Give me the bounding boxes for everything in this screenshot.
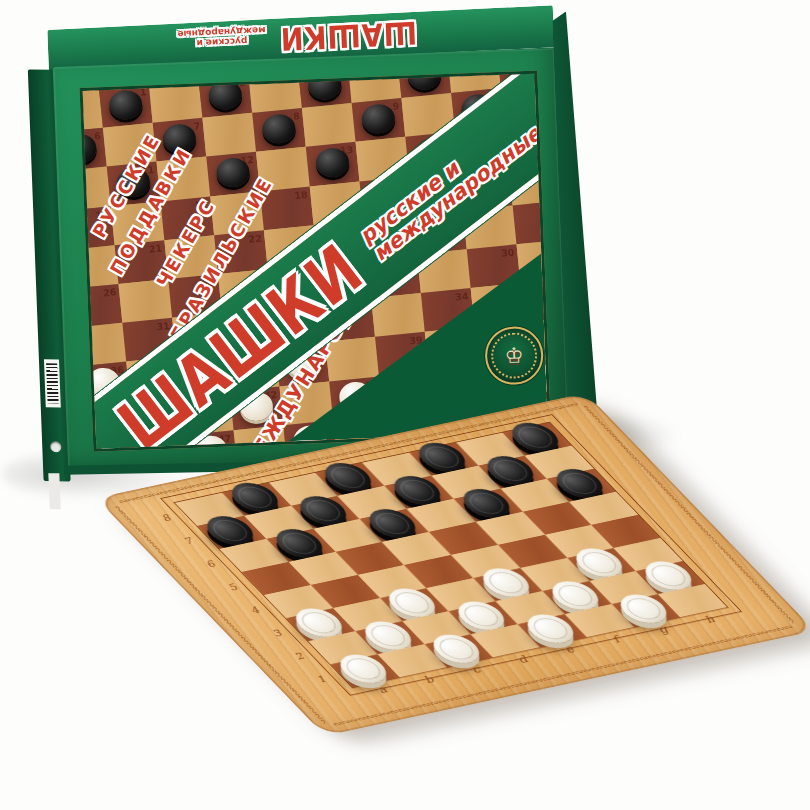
window-light-square bbox=[248, 71, 302, 114]
window-light-square bbox=[80, 323, 127, 367]
window-square-26: 26 bbox=[80, 284, 123, 328]
window-square-number-18: 18 bbox=[294, 188, 308, 200]
window-square-number-2: 2 bbox=[239, 76, 247, 88]
black-window-man-1 bbox=[108, 88, 144, 120]
box-front-face: 1234567891011121314151617181920212223242… bbox=[53, 48, 570, 473]
black-window-man-2 bbox=[207, 79, 243, 111]
window-square-number-34: 34 bbox=[455, 290, 469, 302]
window-square-number-3: 3 bbox=[338, 71, 346, 78]
flap-title: ШАШКИ bbox=[279, 15, 417, 57]
window-square-13: 13 bbox=[306, 142, 360, 186]
window-light-square bbox=[302, 103, 356, 147]
window-square-9: 9 bbox=[352, 98, 406, 142]
window-square-2: 2 bbox=[199, 74, 253, 118]
brand-logo-badge: ♔ bbox=[484, 326, 544, 386]
price-sticker bbox=[48, 473, 60, 509]
window-square-number-15: 15 bbox=[539, 125, 552, 137]
barcode-sticker bbox=[44, 359, 61, 407]
window-square-number-30: 30 bbox=[501, 247, 515, 259]
king-character-icon: ♔ bbox=[486, 328, 542, 384]
black-window-man-8 bbox=[261, 113, 297, 145]
black-window-man-4 bbox=[406, 71, 442, 91]
window-square-number-1: 1 bbox=[139, 86, 147, 98]
window-square-number-21: 21 bbox=[148, 242, 162, 254]
box-window: 1234567891011121314151617181920212223242… bbox=[80, 71, 552, 452]
black-window-man-9 bbox=[360, 103, 396, 135]
window-light-square bbox=[202, 113, 256, 157]
game-box: русские и международные ШАШКИ 1234567891… bbox=[21, 8, 570, 480]
window-light-square bbox=[149, 79, 203, 123]
window-square-3: 3 bbox=[298, 71, 352, 109]
window-square-25: 25 bbox=[513, 200, 552, 244]
product-photo-scene: русские и международные ШАШКИ 1234567891… bbox=[0, 0, 810, 810]
hang-hole bbox=[50, 441, 61, 452]
window-square-number-8: 8 bbox=[293, 110, 301, 122]
flap-subtitle: русские и международные bbox=[173, 24, 270, 49]
window-square-number-9: 9 bbox=[392, 100, 400, 112]
window-square-number-26: 26 bbox=[103, 286, 117, 298]
window-square-number-7: 7 bbox=[193, 120, 201, 132]
window-square-1: 1 bbox=[99, 84, 153, 128]
window-square-8: 8 bbox=[252, 108, 306, 152]
window-square-number-22: 22 bbox=[248, 232, 262, 244]
window-square-number-25: 25 bbox=[546, 203, 551, 215]
black-window-man-3 bbox=[307, 71, 343, 101]
window-square-number-6: 6 bbox=[94, 130, 102, 142]
